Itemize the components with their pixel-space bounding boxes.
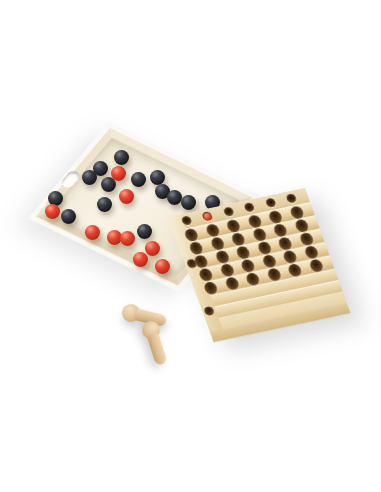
marble-black[interactable] [114, 150, 129, 165]
marble-black[interactable] [61, 209, 76, 224]
marble-red[interactable] [120, 231, 135, 246]
peg-storage-hole[interactable] [203, 306, 215, 316]
marble-red[interactable] [133, 252, 148, 267]
marble-black[interactable] [150, 170, 165, 185]
marble-red[interactable] [155, 259, 170, 274]
marble-black[interactable] [137, 224, 152, 239]
marble-black[interactable] [131, 172, 146, 187]
board-hole[interactable] [201, 211, 213, 221]
scene [0, 0, 381, 492]
marble-black[interactable] [97, 197, 112, 212]
board-hole[interactable] [222, 207, 234, 217]
marble-red[interactable] [85, 225, 100, 240]
marble-red[interactable] [45, 204, 60, 219]
board-hole[interactable] [243, 202, 255, 212]
board-hole[interactable] [264, 198, 276, 208]
marble-red[interactable] [119, 189, 134, 204]
marble-red-in-hole[interactable] [202, 212, 213, 221]
marble-black[interactable] [167, 190, 182, 205]
marble-black[interactable] [181, 195, 196, 210]
marble-red[interactable] [145, 241, 160, 256]
board-hole[interactable] [285, 193, 297, 203]
marble-black[interactable] [82, 170, 97, 185]
marble-red[interactable] [111, 166, 126, 181]
